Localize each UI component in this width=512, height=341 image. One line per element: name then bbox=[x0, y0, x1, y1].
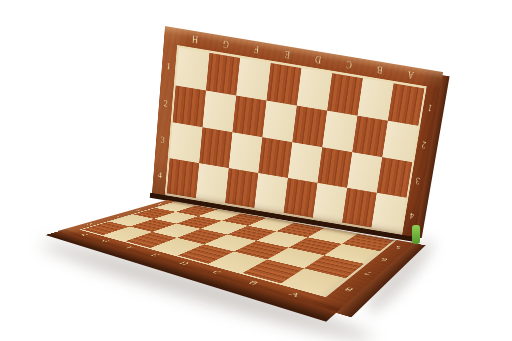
square-e4 bbox=[254, 173, 288, 213]
square-d1 bbox=[297, 68, 332, 111]
square-h2 bbox=[173, 85, 206, 127]
square-a2 bbox=[382, 121, 418, 162]
square-h4 bbox=[167, 158, 199, 198]
square-d2 bbox=[292, 106, 327, 148]
product-photo-folding-chessboard: HGFEDCBA 1234 1234 HGFEDCBA 5678 5678 bbox=[0, 0, 512, 341]
square-h3 bbox=[170, 122, 203, 163]
square-d4 bbox=[284, 178, 318, 218]
square-g4 bbox=[196, 163, 229, 203]
square-f1 bbox=[236, 58, 271, 101]
square-e2 bbox=[262, 101, 296, 143]
square-e1 bbox=[266, 63, 301, 106]
square-g3 bbox=[199, 127, 232, 168]
square-a1 bbox=[388, 83, 425, 125]
square-f3 bbox=[229, 132, 263, 173]
square-d3 bbox=[288, 142, 322, 183]
hinge-green-marker bbox=[412, 225, 420, 244]
square-g2 bbox=[203, 90, 237, 132]
square-a4 bbox=[371, 193, 406, 233]
square-h1 bbox=[176, 48, 210, 91]
square-f4 bbox=[225, 168, 258, 208]
square-a3 bbox=[377, 157, 413, 198]
square-e3 bbox=[258, 137, 292, 178]
square-g1 bbox=[206, 53, 240, 96]
square-f2 bbox=[232, 96, 266, 138]
